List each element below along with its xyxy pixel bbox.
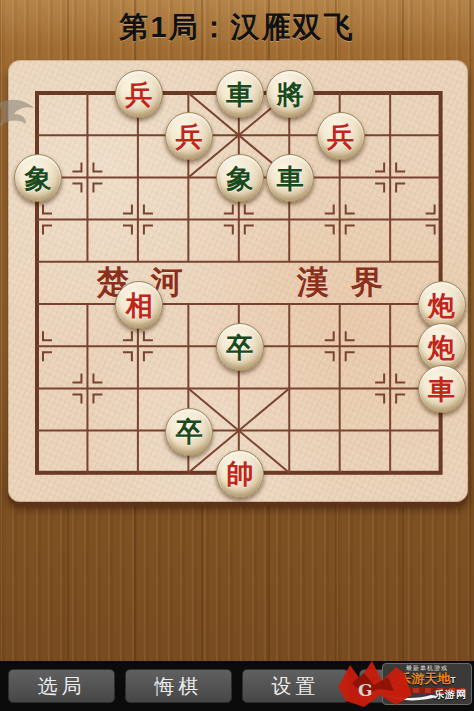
page-title: 第1局：汉雁双飞	[119, 8, 354, 48]
app-screen: 第1局：汉雁双飞 楚河 漢界 兵車將兵兵象象車相炮卒炮車卒帥 选局 悔棋 设置 …	[0, 0, 474, 711]
piece-black-elephant[interactable]: 象	[216, 154, 264, 202]
undo-move-button[interactable]: 悔棋	[125, 669, 232, 703]
bottom-toolbar: 选局 悔棋 设置 退出	[0, 661, 474, 711]
river-label-right: 漢界	[270, 265, 410, 301]
title-bar: 第1局：汉雁双飞	[0, 0, 474, 56]
exit-button[interactable]: 退出	[359, 669, 466, 703]
piece-red-cannon[interactable]: 炮	[418, 281, 466, 329]
piece-black-soldier[interactable]: 卒	[216, 323, 264, 371]
board-edge-swoosh-decoration	[0, 94, 44, 138]
select-game-button[interactable]: 选局	[8, 669, 115, 703]
xiangqi-board[interactable]: 楚河 漢界 兵車將兵兵象象車相炮卒炮車卒帥	[8, 60, 468, 502]
piece-red-soldier[interactable]: 兵	[317, 112, 365, 160]
piece-red-soldier[interactable]: 兵	[115, 70, 163, 118]
piece-red-chariot[interactable]: 車	[418, 365, 466, 413]
piece-red-general[interactable]: 帥	[216, 450, 264, 498]
piece-black-soldier[interactable]: 卒	[165, 408, 213, 456]
piece-red-cannon[interactable]: 炮	[418, 323, 466, 371]
piece-red-elephant[interactable]: 相	[115, 281, 163, 329]
piece-black-general[interactable]: 將	[266, 70, 314, 118]
settings-button[interactable]: 设置	[242, 669, 349, 703]
piece-black-chariot[interactable]: 車	[216, 70, 264, 118]
